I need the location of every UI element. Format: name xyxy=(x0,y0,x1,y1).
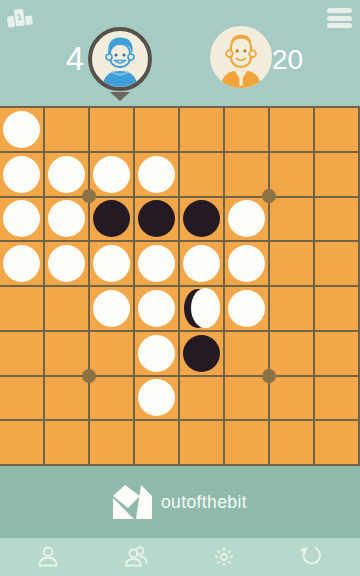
board-cell[interactable] xyxy=(45,153,88,196)
menu-bar xyxy=(327,23,352,28)
flipping-disc-white-face xyxy=(191,288,220,328)
board-cell[interactable] xyxy=(315,108,358,151)
board-cell[interactable] xyxy=(180,242,223,285)
board-cell[interactable] xyxy=(270,153,313,196)
white-disc xyxy=(138,379,175,416)
black-player-score: 4 xyxy=(46,42,84,75)
white-disc xyxy=(3,156,40,193)
blue-man-avatar-icon xyxy=(92,31,148,87)
board-cell[interactable] xyxy=(45,242,88,285)
board-cell[interactable] xyxy=(90,287,133,330)
board-cell[interactable] xyxy=(135,377,178,420)
board-cell[interactable] xyxy=(45,421,88,464)
single-player-button[interactable] xyxy=(34,543,62,571)
black-disc xyxy=(93,200,130,237)
board-cell[interactable] xyxy=(90,153,133,196)
board-cell[interactable] xyxy=(315,421,358,464)
board-cell[interactable] xyxy=(225,332,268,375)
board xyxy=(0,106,360,466)
board-cell[interactable] xyxy=(315,332,358,375)
white-disc xyxy=(3,200,40,237)
leaderboard-icon[interactable]: 1 xyxy=(6,7,33,27)
board-cell[interactable] xyxy=(0,108,43,151)
flipping-disc xyxy=(180,287,223,330)
two-players-button[interactable] xyxy=(122,543,150,571)
white-disc xyxy=(48,200,85,237)
black-player-avatar[interactable] xyxy=(88,27,152,91)
board-cell[interactable] xyxy=(315,287,358,330)
board-star-dot xyxy=(82,369,96,383)
board-cell[interactable] xyxy=(45,377,88,420)
white-disc xyxy=(48,245,85,282)
rank-label: 1 xyxy=(16,13,22,23)
board-cell[interactable] xyxy=(270,377,313,420)
board-cell[interactable] xyxy=(135,421,178,464)
board-cell[interactable] xyxy=(90,242,133,285)
podium-bar-left xyxy=(7,16,15,28)
white-disc xyxy=(228,200,265,237)
turn-indicator-triangle xyxy=(110,92,130,101)
person-icon xyxy=(35,544,61,570)
board-cell[interactable] xyxy=(135,108,178,151)
board-cell[interactable] xyxy=(180,198,223,241)
board-cell[interactable] xyxy=(180,287,223,330)
board-cell[interactable] xyxy=(180,108,223,151)
white-disc xyxy=(93,245,130,282)
undo-arrow-icon xyxy=(299,544,325,570)
board-cell[interactable] xyxy=(225,287,268,330)
board-cell[interactable] xyxy=(0,242,43,285)
white-disc xyxy=(3,245,40,282)
board-cell[interactable] xyxy=(270,287,313,330)
board-cell[interactable] xyxy=(135,198,178,241)
board-cell[interactable] xyxy=(135,332,178,375)
header: 1 4 xyxy=(0,0,360,106)
board-cell[interactable] xyxy=(270,332,313,375)
board-star-dot xyxy=(262,189,276,203)
board-cell[interactable] xyxy=(270,108,313,151)
white-disc xyxy=(3,111,40,148)
orange-man-avatar-icon xyxy=(210,26,272,88)
white-disc xyxy=(138,156,175,193)
toolbar xyxy=(0,538,360,576)
brand-name: outofthebit xyxy=(161,492,247,513)
board-cell[interactable] xyxy=(90,332,133,375)
board-cell[interactable] xyxy=(180,153,223,196)
white-disc xyxy=(228,245,265,282)
board-cell[interactable] xyxy=(90,108,133,151)
board-cell[interactable] xyxy=(135,287,178,330)
board-cell[interactable] xyxy=(180,377,223,420)
board-cell[interactable] xyxy=(0,198,43,241)
brightness-button[interactable] xyxy=(210,543,238,571)
white-disc xyxy=(138,335,175,372)
board-cell[interactable] xyxy=(225,153,268,196)
board-cell[interactable] xyxy=(180,421,223,464)
board-cell[interactable] xyxy=(225,198,268,241)
board-cell[interactable] xyxy=(45,332,88,375)
board-cell[interactable] xyxy=(0,287,43,330)
white-disc xyxy=(93,290,130,327)
podium-bar-first-place: 1 xyxy=(14,8,25,26)
board-cell[interactable] xyxy=(0,332,43,375)
board-cell[interactable] xyxy=(315,242,358,285)
board-cell[interactable] xyxy=(45,198,88,241)
white-disc xyxy=(228,290,265,327)
board-cell[interactable] xyxy=(270,242,313,285)
board-cell[interactable] xyxy=(270,421,313,464)
black-disc xyxy=(183,200,220,237)
board-cell[interactable] xyxy=(0,377,43,420)
board-cell[interactable] xyxy=(180,332,223,375)
board-cell[interactable] xyxy=(45,108,88,151)
board-star-dot xyxy=(82,189,96,203)
undo-button[interactable] xyxy=(298,543,326,571)
sun-icon xyxy=(211,544,237,570)
footer-brand: outofthebit xyxy=(0,466,360,538)
board-cell[interactable] xyxy=(135,153,178,196)
menu-bar xyxy=(327,8,352,13)
board-cell[interactable] xyxy=(315,153,358,196)
menu-bar xyxy=(327,16,352,21)
board-cell[interactable] xyxy=(90,377,133,420)
board-cell[interactable] xyxy=(225,421,268,464)
white-disc xyxy=(183,245,220,282)
board-cell[interactable] xyxy=(90,198,133,241)
white-disc xyxy=(138,290,175,327)
board-cell[interactable] xyxy=(0,153,43,196)
black-disc xyxy=(183,335,220,372)
board-cell[interactable] xyxy=(315,198,358,241)
menu-icon[interactable] xyxy=(327,8,352,31)
board-cell[interactable] xyxy=(45,287,88,330)
board-cell[interactable] xyxy=(225,377,268,420)
black-disc xyxy=(138,200,175,237)
podium-bar-right xyxy=(25,15,33,25)
board-cell[interactable] xyxy=(90,421,133,464)
white-disc xyxy=(48,156,85,193)
people-icon xyxy=(123,544,149,570)
board-cell[interactable] xyxy=(135,242,178,285)
board-cell[interactable] xyxy=(270,198,313,241)
white-player-avatar[interactable] xyxy=(210,26,272,88)
board-cell[interactable] xyxy=(225,242,268,285)
board-cell[interactable] xyxy=(0,421,43,464)
white-disc xyxy=(93,156,130,193)
board-cell[interactable] xyxy=(225,108,268,151)
white-player-score: 20 xyxy=(272,46,303,74)
board-cell[interactable] xyxy=(315,377,358,420)
othello-app: 1 4 xyxy=(0,0,360,576)
white-disc xyxy=(138,245,175,282)
board-star-dot xyxy=(262,369,276,383)
outofthebit-logo-icon xyxy=(113,485,152,519)
